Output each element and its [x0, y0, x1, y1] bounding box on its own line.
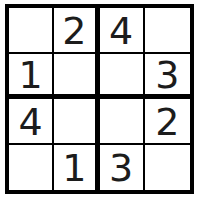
given-digit: 2 — [62, 12, 86, 50]
given-digit: 3 — [155, 56, 179, 94]
cell-r4c2[interactable]: 1 — [54, 145, 99, 191]
cell-r3c4[interactable]: 2 — [145, 99, 190, 145]
cell-r4c4[interactable] — [145, 145, 190, 191]
cell-r1c4[interactable] — [145, 8, 190, 54]
cell-r2c1[interactable]: 1 — [9, 54, 54, 100]
sudoku-page: 24134213 — [0, 0, 200, 200]
cell-r2c2[interactable] — [54, 54, 99, 100]
cell-r3c3[interactable] — [100, 99, 145, 145]
given-digit: 1 — [19, 56, 43, 94]
given-digit: 4 — [109, 12, 133, 50]
cell-r4c1[interactable] — [9, 145, 54, 191]
cell-r3c1[interactable]: 4 — [9, 99, 54, 145]
cell-r2c4[interactable]: 3 — [145, 54, 190, 100]
cell-r1c2[interactable]: 2 — [54, 8, 99, 54]
cell-r3c2[interactable] — [54, 99, 99, 145]
cell-r1c3[interactable]: 4 — [100, 8, 145, 54]
cell-r1c1[interactable] — [9, 8, 54, 54]
given-digit: 1 — [62, 149, 86, 187]
sudoku-board: 24134213 — [5, 4, 194, 194]
cell-r4c3[interactable]: 3 — [100, 145, 145, 191]
given-digit: 3 — [109, 149, 133, 187]
cell-r2c3[interactable] — [100, 54, 145, 100]
given-digit: 2 — [155, 103, 179, 141]
given-digit: 4 — [19, 103, 43, 141]
